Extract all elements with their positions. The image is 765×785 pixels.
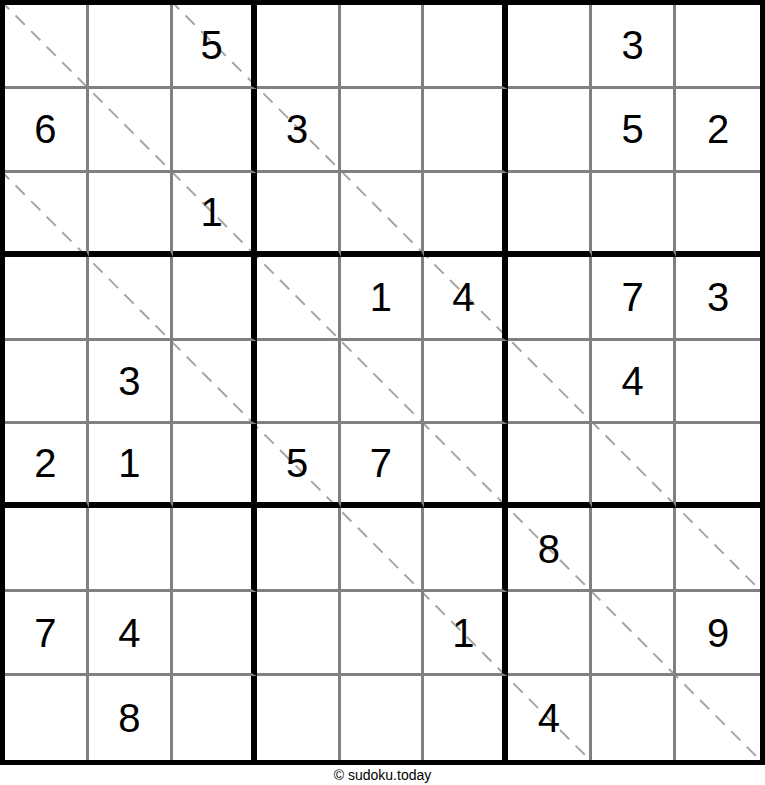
cell-r1c9[interactable] [676, 5, 760, 89]
cell-r2c4[interactable]: 3 [257, 89, 341, 173]
cell-r9c7[interactable]: 4 [508, 676, 592, 760]
cell-r2c3[interactable] [173, 89, 257, 173]
cell-r7c5[interactable] [341, 508, 425, 592]
cell-r4c9[interactable]: 3 [676, 257, 760, 341]
cell-r5c4[interactable] [257, 341, 341, 425]
cell-r6c8[interactable] [592, 424, 676, 508]
cell-r8c8[interactable] [592, 592, 676, 676]
cell-r7c3[interactable] [173, 508, 257, 592]
cell-r5c8[interactable]: 4 [592, 341, 676, 425]
cell-r3c3[interactable]: 1 [173, 173, 257, 257]
cell-r5c2[interactable]: 3 [89, 341, 173, 425]
cell-r3c4[interactable] [257, 173, 341, 257]
cell-r8c4[interactable] [257, 592, 341, 676]
cell-r1c6[interactable] [424, 5, 508, 89]
cell-r9c6[interactable] [424, 676, 508, 760]
cell-r6c5[interactable]: 7 [341, 424, 425, 508]
cell-r3c2[interactable] [89, 173, 173, 257]
copyright-footer: © sudoku.today [0, 765, 765, 785]
cell-r6c2[interactable]: 1 [89, 424, 173, 508]
cell-r3c6[interactable] [424, 173, 508, 257]
cell-r3c9[interactable] [676, 173, 760, 257]
cell-r4c7[interactable] [508, 257, 592, 341]
cell-r8c3[interactable] [173, 592, 257, 676]
cell-r9c5[interactable] [341, 676, 425, 760]
cell-r4c1[interactable] [5, 257, 89, 341]
cell-r2c9[interactable]: 2 [676, 89, 760, 173]
cell-r7c9[interactable] [676, 508, 760, 592]
cell-r5c5[interactable] [341, 341, 425, 425]
cell-r7c2[interactable] [89, 508, 173, 592]
cell-r9c3[interactable] [173, 676, 257, 760]
cell-r2c6[interactable] [424, 89, 508, 173]
cell-r6c1[interactable]: 2 [5, 424, 89, 508]
cell-r5c9[interactable] [676, 341, 760, 425]
cell-r1c1[interactable] [5, 5, 89, 89]
cell-r7c4[interactable] [257, 508, 341, 592]
cell-r5c3[interactable] [173, 341, 257, 425]
cell-r1c4[interactable] [257, 5, 341, 89]
copyright-text: © sudoku.today [334, 767, 432, 783]
cell-r9c8[interactable] [592, 676, 676, 760]
cell-r3c7[interactable] [508, 173, 592, 257]
cell-r3c8[interactable] [592, 173, 676, 257]
cell-r1c2[interactable] [89, 5, 173, 89]
sudoku-grid: 536352114733421578741984 [0, 0, 765, 765]
cell-r2c1[interactable]: 6 [5, 89, 89, 173]
cell-r4c8[interactable]: 7 [592, 257, 676, 341]
cell-r5c1[interactable] [5, 341, 89, 425]
cell-r8c1[interactable]: 7 [5, 592, 89, 676]
cell-r8c7[interactable] [508, 592, 592, 676]
cell-r7c1[interactable] [5, 508, 89, 592]
cell-r2c8[interactable]: 5 [592, 89, 676, 173]
cell-r7c7[interactable]: 8 [508, 508, 592, 592]
cell-r9c9[interactable] [676, 676, 760, 760]
cell-r4c6[interactable]: 4 [424, 257, 508, 341]
cell-r4c5[interactable]: 1 [341, 257, 425, 341]
cell-r4c4[interactable] [257, 257, 341, 341]
cell-r1c8[interactable]: 3 [592, 5, 676, 89]
cell-r3c1[interactable] [5, 173, 89, 257]
cell-r4c2[interactable] [89, 257, 173, 341]
cell-r8c5[interactable] [341, 592, 425, 676]
cell-r8c2[interactable]: 4 [89, 592, 173, 676]
cell-r6c4[interactable]: 5 [257, 424, 341, 508]
cell-r8c9[interactable]: 9 [676, 592, 760, 676]
cell-r7c6[interactable] [424, 508, 508, 592]
cell-r1c5[interactable] [341, 5, 425, 89]
sudoku-board: 536352114733421578741984 [0, 0, 765, 765]
cell-r7c8[interactable] [592, 508, 676, 592]
cell-r2c2[interactable] [89, 89, 173, 173]
cell-r6c7[interactable] [508, 424, 592, 508]
cell-r8c6[interactable]: 1 [424, 592, 508, 676]
cell-r6c9[interactable] [676, 424, 760, 508]
cell-r5c6[interactable] [424, 341, 508, 425]
cell-r3c5[interactable] [341, 173, 425, 257]
cell-r6c3[interactable] [173, 424, 257, 508]
cell-r2c5[interactable] [341, 89, 425, 173]
cell-r9c1[interactable] [5, 676, 89, 760]
cell-r1c3[interactable]: 5 [173, 5, 257, 89]
cell-r9c2[interactable]: 8 [89, 676, 173, 760]
cell-r2c7[interactable] [508, 89, 592, 173]
cell-r6c6[interactable] [424, 424, 508, 508]
cell-r4c3[interactable] [173, 257, 257, 341]
cell-r5c7[interactable] [508, 341, 592, 425]
cell-r9c4[interactable] [257, 676, 341, 760]
cell-r1c7[interactable] [508, 5, 592, 89]
